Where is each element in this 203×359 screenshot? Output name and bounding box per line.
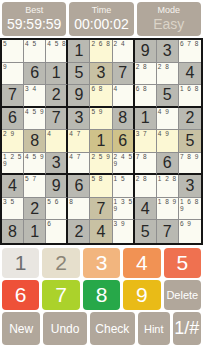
cell-r6c8[interactable]: 6	[157, 153, 179, 176]
cell-value: 4	[185, 65, 194, 81]
pencil-marks: 4	[47, 130, 66, 138]
cell-r3c4[interactable]: 9	[68, 85, 90, 108]
cell-value: 6	[163, 155, 172, 171]
pencil-marks: 6 8	[91, 85, 111, 93]
cell-r3c5[interactable]: 6 8	[90, 85, 112, 108]
pencil-marks: 2 4 5 9	[114, 153, 133, 168]
cell-r6c3[interactable]: 3	[46, 153, 68, 176]
cell-r3c6[interactable]: 4	[113, 85, 135, 108]
cell-r2c4[interactable]: 5	[68, 63, 90, 86]
pencil-marks: 4	[114, 85, 133, 93]
pencil-marks: 4 5 8	[47, 40, 66, 48]
cell-value: 2	[185, 110, 194, 126]
cell-value: 2	[74, 224, 83, 240]
pencil-marks: 3 7	[136, 130, 156, 138]
cell-value: 3	[185, 178, 194, 194]
cell-value: 7	[163, 224, 172, 240]
cell-r1c2[interactable]: 4 5	[24, 40, 46, 63]
cell-r2c2[interactable]: 6	[24, 63, 46, 86]
cell-value: 7	[8, 87, 17, 103]
pencil-marks: 6 7 8	[180, 40, 201, 48]
cell-value: 6	[118, 133, 127, 149]
cell-value: 4	[141, 201, 150, 217]
cell-r4c1[interactable]: 6	[2, 108, 24, 131]
cell-r2c6[interactable]: 7	[113, 63, 135, 86]
cell-r7c6[interactable]: 1 5	[113, 175, 135, 198]
cell-r4c5[interactable]: 5 9	[90, 108, 112, 131]
pencil-marks: 4 9	[158, 108, 178, 116]
digit-button-3[interactable]: 3	[83, 248, 120, 278]
cell-value: 2	[52, 87, 61, 103]
cell-r5c7[interactable]: 3 7	[135, 130, 157, 153]
cell-value: 3	[97, 65, 106, 81]
digit-button-7[interactable]: 7	[42, 280, 79, 310]
entry-mode-toggle[interactable]: 1/#	[173, 312, 201, 345]
cell-r6c9[interactable]: 7 8 9	[179, 153, 201, 176]
cell-value: 2	[30, 201, 39, 217]
elapsed-time-panel: Time 00:00:02	[69, 2, 133, 36]
cell-r9c1[interactable]: 8	[2, 220, 24, 243]
cell-r4c3[interactable]: 7	[46, 108, 68, 131]
pencil-marks: 4 9	[158, 130, 178, 138]
cell-r8c4[interactable]: 8	[68, 198, 90, 221]
cell-value: 8	[118, 110, 127, 126]
numpad-row-2: 6789Delete	[2, 280, 201, 310]
pencil-marks: 2 6 8	[91, 40, 111, 48]
pencil-marks: 9	[3, 63, 23, 71]
cell-r5c1[interactable]: 2 9	[2, 130, 24, 153]
cell-r6c2[interactable]: 4 5 9	[24, 153, 46, 176]
cell-r8c8[interactable]: 1 8 9	[157, 198, 179, 221]
cell-value: 1	[30, 224, 39, 240]
cell-r9c7[interactable]: 5	[135, 220, 157, 243]
cell-r8c2[interactable]: 2	[24, 198, 46, 221]
cell-value: 8	[30, 133, 39, 149]
pencil-marks: 5 7	[25, 175, 45, 183]
cell-value: 6	[30, 65, 39, 81]
cell-r5c5[interactable]: 1	[90, 130, 112, 153]
pencil-marks: 2 8	[136, 63, 156, 71]
cell-value: 9	[74, 87, 83, 103]
cell-r5c2[interactable]: 8	[24, 130, 46, 153]
pencil-marks: 5 8	[91, 175, 111, 183]
cell-value: 3	[74, 110, 83, 126]
cell-r9c4[interactable]: 2	[68, 220, 90, 243]
pencil-marks: 3 9	[114, 220, 133, 228]
digit-button-9[interactable]: 9	[123, 280, 160, 310]
sudoku-board: 54 54 5 812 6 82 4936 7 89615372 82 8473…	[0, 38, 203, 245]
pencil-marks: 5 6	[47, 198, 66, 206]
cell-r3c1[interactable]: 7	[2, 85, 24, 108]
cell-r9c8[interactable]: 7	[157, 220, 179, 243]
cell-r3c8[interactable]: 5	[157, 85, 179, 108]
digit-button-1[interactable]: 1	[2, 248, 39, 278]
cell-r5c4[interactable]: 4 7	[68, 130, 90, 153]
cell-r9c3[interactable]: 6	[46, 220, 68, 243]
sudoku-grid: 54 54 5 812 6 82 4936 7 89615372 82 8473…	[2, 40, 201, 243]
cell-value: 1	[141, 110, 150, 126]
pencil-marks: 1 2 5 9	[3, 153, 23, 168]
mode-value: Easy	[137, 16, 201, 32]
cell-r9c2[interactable]: 1	[24, 220, 46, 243]
cell-r2c7[interactable]: 2 8	[135, 63, 157, 86]
cell-r2c1[interactable]: 9	[2, 63, 24, 86]
control-bar: NewUndoCheckHint1/#	[0, 310, 203, 348]
undo-button[interactable]: Undo	[43, 312, 86, 345]
cell-r1c1[interactable]: 5	[2, 40, 24, 63]
cell-r6c7[interactable]: 7 8	[135, 153, 157, 176]
cell-r4c8[interactable]: 4 9	[157, 108, 179, 131]
cell-r8c6[interactable]: 1 3 5 9	[113, 198, 135, 221]
cell-r1c6[interactable]: 2 4	[113, 40, 135, 63]
cell-value: 3	[52, 155, 61, 171]
cell-r1c7[interactable]: 9	[135, 40, 157, 63]
digit-button-5[interactable]: 5	[164, 248, 201, 278]
status-bar: Best 59:59:59 Time 00:00:02 Mode Easy	[0, 0, 203, 37]
cell-r9c5[interactable]: 4	[90, 220, 112, 243]
cell-r8c9[interactable]: 1 6 8 9	[179, 198, 201, 221]
number-pad: 12345 6789Delete	[0, 245, 203, 310]
cell-r6c1[interactable]: 1 2 5 9	[2, 153, 24, 176]
cell-value: 1	[74, 43, 83, 59]
pencil-marks: 2 4	[114, 40, 133, 48]
pencil-marks: 8	[69, 198, 89, 206]
cell-r1c4[interactable]: 1	[68, 40, 90, 63]
pencil-marks: 5 9	[91, 108, 111, 116]
pencil-marks: 4 5 9	[25, 108, 45, 116]
cell-r3c3[interactable]: 2	[46, 85, 68, 108]
pencil-marks: 5	[3, 40, 23, 48]
digit-button-4[interactable]: 4	[123, 248, 160, 278]
pencil-marks: 4 5	[25, 40, 45, 48]
cell-value: 7	[118, 65, 127, 81]
cell-r7c2[interactable]: 5 7	[24, 175, 46, 198]
cell-r7c4[interactable]: 6	[68, 175, 90, 198]
cell-r3c9[interactable]: 1 6 8	[179, 85, 201, 108]
cell-r2c3[interactable]: 1	[46, 63, 68, 86]
pencil-marks: 3 4	[25, 85, 45, 93]
cell-r1c5[interactable]: 2 6 8	[90, 40, 112, 63]
pencil-marks: 2 9	[3, 130, 23, 138]
cell-r5c3[interactable]: 4	[46, 130, 68, 153]
cell-value: 5	[163, 87, 172, 103]
cell-value: 1	[97, 133, 106, 149]
cell-r4c2[interactable]: 4 5 9	[24, 108, 46, 131]
pencil-marks: 1 6 8 9	[180, 198, 201, 213]
cell-r9c9[interactable]: 6 9	[179, 220, 201, 243]
pencil-marks: 2 5 9	[91, 153, 111, 161]
cell-value: 4	[8, 178, 17, 194]
cell-r7c5[interactable]: 5 8	[90, 175, 112, 198]
cell-r4c9[interactable]: 2	[179, 108, 201, 131]
new-button[interactable]: New	[2, 312, 40, 345]
pencil-marks: 1 8 9	[158, 198, 178, 206]
cell-value: 5	[185, 133, 194, 149]
cell-r2c8[interactable]: 2 8	[157, 63, 179, 86]
best-time-panel: Best 59:59:59	[2, 2, 66, 36]
pencil-marks: 6 8	[136, 85, 156, 93]
pencil-marks: 4 7	[69, 153, 89, 161]
cell-value: 6	[8, 110, 17, 126]
numpad-row-1: 12345	[2, 248, 201, 278]
best-value: 59:59:59	[2, 16, 66, 32]
cell-r5c6[interactable]: 6	[113, 130, 135, 153]
cell-r1c9[interactable]: 6 7 8	[179, 40, 201, 63]
cell-value: 8	[8, 224, 17, 240]
check-button[interactable]: Check	[90, 312, 135, 345]
cell-r9c6[interactable]: 3 9	[113, 220, 135, 243]
best-label: Best	[2, 5, 66, 16]
cell-value: 1	[52, 65, 61, 81]
cell-r8c3[interactable]: 5 6	[46, 198, 68, 221]
pencil-marks: 4 5 9	[25, 153, 45, 161]
cell-r8c7[interactable]: 4	[135, 198, 157, 221]
cell-r6c6[interactable]: 2 4 5 9	[113, 153, 135, 176]
cell-value: 5	[74, 65, 83, 81]
hint-button[interactable]: Hint	[138, 312, 170, 345]
cell-r5c9[interactable]: 5	[179, 130, 201, 153]
pencil-marks: 6	[47, 220, 66, 228]
cell-r4c6[interactable]: 8	[113, 108, 135, 131]
cell-r1c8[interactable]: 3	[157, 40, 179, 63]
cell-value: 9	[141, 43, 150, 59]
cell-value: 3	[163, 43, 172, 59]
pencil-marks: 1 5	[114, 175, 133, 183]
cell-r8c1[interactable]: 3 5	[2, 198, 24, 221]
sudoku-app: Best 59:59:59 Time 00:00:02 Mode Easy 54…	[0, 0, 203, 359]
cell-r7c9[interactable]: 3	[179, 175, 201, 198]
cell-r4c7[interactable]: 1	[135, 108, 157, 131]
pencil-marks: 1 6 8	[180, 85, 201, 93]
mode-label: Mode	[137, 5, 201, 16]
cell-value: 6	[74, 178, 83, 194]
cell-r7c7[interactable]: 2 8	[135, 175, 157, 198]
pencil-marks: 6 9	[180, 220, 201, 228]
cell-r1c3[interactable]: 4 5 8	[46, 40, 68, 63]
cell-r7c3[interactable]: 9	[46, 175, 68, 198]
cell-r3c7[interactable]: 6 8	[135, 85, 157, 108]
delete-button[interactable]: Delete	[164, 280, 201, 310]
cell-value: 5	[141, 224, 150, 240]
digit-button-2[interactable]: 2	[42, 248, 79, 278]
cell-r7c1[interactable]: 4	[2, 175, 24, 198]
cell-value: 4	[97, 224, 106, 240]
cell-value: 7	[97, 201, 106, 217]
cell-r3c2[interactable]: 3 4	[24, 85, 46, 108]
pencil-marks: 3 5	[3, 198, 23, 206]
time-label: Time	[69, 5, 133, 16]
cell-r6c4[interactable]: 4 7	[68, 153, 90, 176]
mode-button[interactable]: Mode Easy	[137, 2, 201, 36]
cell-r7c8[interactable]: 1 2 8	[157, 175, 179, 198]
pencil-marks: 4 7	[69, 130, 89, 138]
digit-button-8[interactable]: 8	[83, 280, 120, 310]
pencil-marks: 1 3 5 9	[114, 198, 133, 213]
cell-r8c5[interactable]: 7	[90, 198, 112, 221]
cell-value: 7	[52, 110, 61, 126]
pencil-marks: 2 8	[158, 63, 178, 71]
digit-button-6[interactable]: 6	[2, 280, 39, 310]
cell-r6c5[interactable]: 2 5 9	[90, 153, 112, 176]
cell-r2c9[interactable]: 4	[179, 63, 201, 86]
cell-value: 9	[52, 178, 61, 194]
cell-r2c5[interactable]: 3	[90, 63, 112, 86]
cell-r5c8[interactable]: 4 9	[157, 130, 179, 153]
pencil-marks: 1 2 8	[158, 175, 178, 183]
time-value: 00:00:02	[69, 16, 133, 32]
pencil-marks: 7 8	[136, 153, 156, 161]
pencil-marks: 2 8	[136, 175, 156, 183]
cell-r4c4[interactable]: 3	[68, 108, 90, 131]
pencil-marks: 7 8 9	[180, 153, 201, 161]
